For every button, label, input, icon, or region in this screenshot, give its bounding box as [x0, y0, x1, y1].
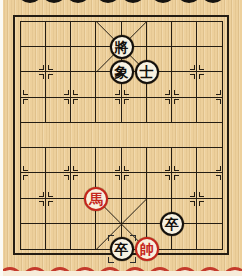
selection-corner — [130, 235, 136, 241]
point-marker — [23, 90, 28, 95]
point-marker — [124, 175, 129, 180]
point-marker — [216, 166, 221, 171]
grid-cell — [46, 224, 71, 249]
grid-cell — [71, 123, 96, 148]
piece-glyph: 帥 — [140, 242, 154, 256]
point-marker — [216, 99, 221, 104]
point-marker — [190, 192, 195, 197]
piece-black-soldier-e10[interactable]: 卒 — [110, 237, 134, 261]
cropped-black-piece-arc — [17, 0, 43, 3]
point-marker — [48, 192, 53, 197]
point-marker — [115, 175, 120, 180]
cropped-black-piece-arc — [120, 0, 146, 3]
point-marker — [115, 166, 120, 171]
grid-cell — [21, 123, 46, 148]
point-marker — [190, 65, 195, 70]
cropped-black-piece-arc — [176, 0, 202, 3]
grid-cell — [122, 123, 147, 148]
point-marker — [199, 74, 204, 79]
grid-cell — [172, 123, 197, 148]
point-marker — [48, 74, 53, 79]
point-marker — [124, 166, 129, 171]
point-marker — [48, 65, 53, 70]
point-marker — [216, 175, 221, 180]
point-marker — [39, 192, 44, 197]
point-marker — [165, 99, 170, 104]
piece-glyph: 馬 — [89, 192, 103, 206]
grid-cell — [172, 22, 197, 47]
grid-cell — [71, 224, 96, 249]
point-marker — [216, 90, 221, 95]
piece-red-horse-d8[interactable]: 馬 — [84, 187, 108, 211]
piece-black-elephant-e3[interactable]: 象 — [110, 60, 134, 84]
point-marker — [174, 90, 179, 95]
point-marker — [48, 201, 53, 206]
point-marker — [199, 201, 204, 206]
point-marker — [165, 90, 170, 95]
piece-black-advisor-f3[interactable]: 士 — [135, 60, 159, 84]
point-marker — [199, 192, 204, 197]
grid-cell — [96, 123, 121, 148]
grid-cell — [46, 22, 71, 47]
grid-cell — [46, 123, 71, 148]
selection-corner — [108, 257, 114, 263]
grid-cell — [122, 199, 147, 224]
point-marker — [39, 201, 44, 206]
selection-brackets — [108, 235, 136, 263]
piece-glyph: 卒 — [165, 217, 179, 231]
point-marker — [73, 166, 78, 171]
point-marker — [73, 99, 78, 104]
grid-cell — [147, 22, 172, 47]
point-marker — [124, 99, 129, 104]
grid-cell — [71, 47, 96, 72]
point-marker — [64, 175, 69, 180]
point-marker — [64, 90, 69, 95]
piece-glyph: 象 — [115, 65, 129, 79]
piece-red-general-f10[interactable]: 帥 — [135, 237, 159, 261]
grid-cell — [197, 224, 222, 249]
point-marker — [23, 166, 28, 171]
point-marker — [39, 65, 44, 70]
selection-corner — [130, 257, 136, 263]
point-marker — [64, 99, 69, 104]
point-marker — [39, 74, 44, 79]
point-marker — [174, 175, 179, 180]
grid-cell — [71, 22, 96, 47]
point-marker — [190, 201, 195, 206]
grid-cell — [21, 22, 46, 47]
selection-corner — [108, 235, 114, 241]
grid-cell — [147, 123, 172, 148]
piece-glyph: 將 — [115, 40, 129, 54]
point-marker — [165, 166, 170, 171]
grid-cell — [197, 22, 222, 47]
piece-black-general-e2[interactable]: 將 — [110, 35, 134, 59]
point-marker — [73, 90, 78, 95]
xiangqi-board-screenshot: 將象士馬卒卒帥 — [0, 0, 242, 276]
bottom-edge-strip — [0, 271, 242, 276]
point-marker — [199, 65, 204, 70]
cropped-black-piece-arc — [65, 0, 91, 3]
grid-cell — [197, 123, 222, 148]
point-marker — [23, 99, 28, 104]
piece-black-soldier-g9[interactable]: 卒 — [160, 212, 184, 236]
point-marker — [115, 90, 120, 95]
point-marker — [73, 175, 78, 180]
grid-cell — [21, 224, 46, 249]
point-marker — [64, 166, 69, 171]
cropped-black-piece-arc — [95, 0, 121, 3]
point-marker — [23, 175, 28, 180]
piece-glyph: 士 — [140, 65, 154, 79]
left-edge-strip — [0, 0, 3, 276]
point-marker — [174, 99, 179, 104]
point-marker — [124, 90, 129, 95]
point-marker — [115, 99, 120, 104]
point-marker — [190, 74, 195, 79]
point-marker — [174, 166, 179, 171]
point-marker — [165, 175, 170, 180]
cropped-black-piece-arc — [200, 0, 226, 3]
cropped-black-piece-arc — [150, 0, 176, 3]
cropped-black-piece-arc — [41, 0, 67, 3]
